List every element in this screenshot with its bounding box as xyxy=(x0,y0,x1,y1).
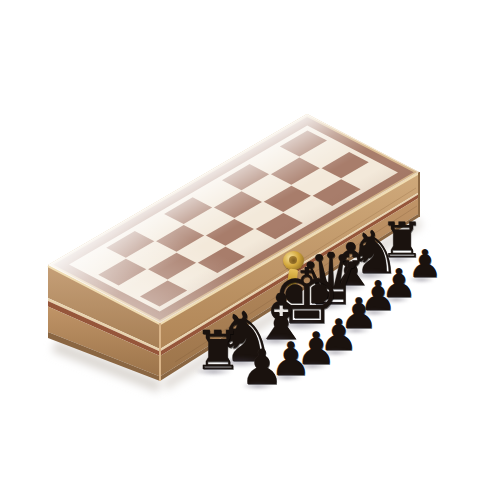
black-rook-piece: ♜ xyxy=(194,330,242,372)
pieces-layer: ♜♞♟♝♟♛♟♚♟♝♟♞♟♜♟♟ xyxy=(0,0,500,500)
pawn-glyph: ♟ xyxy=(240,348,284,386)
black-pawn-piece: ♟ xyxy=(240,348,284,386)
rook-glyph: ♜ xyxy=(194,330,242,372)
product-photo-scene: ♜♞♟♝♟♛♟♚♟♝♟♞♟♜♟♟ xyxy=(0,0,500,500)
